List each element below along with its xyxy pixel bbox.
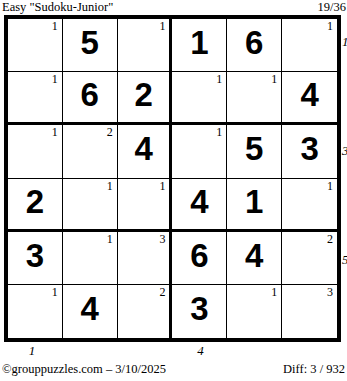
cell-r1c3[interactable]: 1 — [118, 19, 173, 72]
given-digit: 3 — [190, 292, 208, 330]
pencil-mark: 1 — [216, 126, 222, 138]
col-label-1: 1 — [4, 343, 60, 359]
cell-r1c4[interactable]: 1 — [172, 19, 227, 72]
col-label-6 — [285, 343, 341, 359]
pencil-mark: 1 — [216, 73, 222, 85]
cell-r3c5[interactable]: 5 — [227, 125, 282, 178]
row-label-3: 3 — [342, 124, 347, 179]
cell-r4c1[interactable]: 2 — [8, 179, 63, 232]
cell-r2c4[interactable]: 1 — [172, 72, 227, 125]
given-digit: 4 — [134, 132, 152, 170]
pencil-mark: 1 — [107, 233, 113, 245]
cell-r1c1[interactable]: 1 — [8, 19, 63, 72]
cell-r3c6[interactable]: 3 — [282, 125, 337, 178]
cell-r6c6[interactable]: 3 — [282, 285, 337, 338]
given-digit: 1 — [190, 26, 208, 64]
given-digit: 2 — [26, 185, 44, 223]
cell-r1c2[interactable]: 5 — [63, 19, 118, 72]
cell-r6c5[interactable]: 1 — [227, 285, 282, 338]
cell-r5c5[interactable]: 4 — [227, 232, 282, 285]
cell-r2c1[interactable]: 1 — [8, 72, 63, 125]
cell-r5c3[interactable]: 3 — [118, 232, 173, 285]
copyright-date: ©grouppuzzles.com – 3/10/2025 — [2, 362, 166, 377]
pencil-mark: 1 — [327, 20, 333, 32]
pencil-mark: 2 — [107, 126, 113, 138]
given-digit: 4 — [300, 78, 318, 116]
cell-r6c4[interactable]: 3 — [172, 285, 227, 338]
cell-r6c1[interactable]: 1 — [8, 285, 63, 338]
col-labels: 14 — [4, 343, 341, 359]
cell-r4c6[interactable]: 1 — [282, 179, 337, 232]
cell-r6c2[interactable]: 4 — [63, 285, 118, 338]
cell-r5c1[interactable]: 3 — [8, 232, 63, 285]
cell-r4c4[interactable]: 4 — [172, 179, 227, 232]
row-label-4 — [342, 179, 347, 234]
cell-r5c2[interactable]: 1 — [63, 232, 118, 285]
row-label-1: 1 — [342, 15, 347, 70]
cell-r6c3[interactable]: 2 — [118, 285, 173, 338]
cell-r3c1[interactable]: 1 — [8, 125, 63, 178]
puzzle-title: Easy "Sudoku-Junior" — [2, 0, 113, 14]
col-label-3 — [116, 343, 172, 359]
cell-r2c5[interactable]: 1 — [227, 72, 282, 125]
given-digit: 2 — [134, 78, 152, 116]
given-digit: 5 — [245, 132, 263, 170]
cell-r5c6[interactable]: 2 — [282, 232, 337, 285]
given-digit: 4 — [81, 292, 99, 330]
given-digit: 6 — [81, 78, 99, 116]
given-digit: 5 — [81, 26, 99, 64]
pencil-mark: 1 — [271, 73, 277, 85]
given-digit: 6 — [190, 239, 208, 277]
pencil-mark: 1 — [52, 126, 58, 138]
cell-r5c4[interactable]: 6 — [172, 232, 227, 285]
pencil-mark: 1 — [271, 286, 277, 298]
cell-r3c2[interactable]: 2 — [63, 125, 118, 178]
cell-r2c3[interactable]: 2 — [118, 72, 173, 125]
cell-r1c5[interactable]: 6 — [227, 19, 282, 72]
pencil-mark: 1 — [159, 20, 165, 32]
pencil-mark: 1 — [52, 20, 58, 32]
col-label-5 — [229, 343, 285, 359]
difficulty: Diff: 3 / 932 — [283, 362, 345, 377]
col-label-2 — [60, 343, 116, 359]
pencil-mark: 1 — [107, 180, 113, 192]
given-digit: 1 — [245, 185, 263, 223]
cell-r4c2[interactable]: 1 — [63, 179, 118, 232]
pencil-mark: 2 — [327, 233, 333, 245]
puzzle-page: Easy "Sudoku-Junior" 19/36 1511611621141… — [0, 0, 347, 381]
given-digit: 3 — [300, 132, 318, 170]
pencil-mark: 3 — [159, 233, 165, 245]
row-label-6 — [342, 288, 347, 343]
given-digit: 4 — [190, 185, 208, 223]
cell-r3c3[interactable]: 4 — [118, 125, 173, 178]
row-label-2 — [342, 70, 347, 125]
given-digit: 4 — [245, 239, 263, 277]
cell-r4c5[interactable]: 1 — [227, 179, 282, 232]
header: Easy "Sudoku-Junior" 19/36 — [2, 0, 346, 14]
pencil-mark: 2 — [159, 286, 165, 298]
sudoku-board: 151161162114124153211411313642142313 — [4, 15, 341, 342]
cell-r4c3[interactable]: 1 — [118, 179, 173, 232]
pencil-mark: 1 — [52, 73, 58, 85]
pencil-mark: 1 — [327, 180, 333, 192]
row-labels: 135 — [342, 15, 347, 342]
footer: ©grouppuzzles.com – 3/10/2025 Diff: 3 / … — [2, 362, 345, 378]
pencil-mark: 3 — [327, 286, 333, 298]
progress-counter: 19/36 — [318, 0, 346, 14]
cell-r3c4[interactable]: 1 — [172, 125, 227, 178]
given-digit: 6 — [245, 26, 263, 64]
pencil-mark: 1 — [52, 286, 58, 298]
row-label-5: 5 — [342, 233, 347, 288]
cell-r1c6[interactable]: 1 — [282, 19, 337, 72]
given-digit: 3 — [26, 239, 44, 277]
cell-r2c6[interactable]: 4 — [282, 72, 337, 125]
col-label-4: 4 — [173, 343, 229, 359]
pencil-mark: 1 — [159, 180, 165, 192]
cell-r2c2[interactable]: 6 — [63, 72, 118, 125]
